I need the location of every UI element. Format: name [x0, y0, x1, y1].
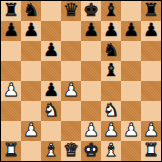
square-f2[interactable]: ♟ — [101, 121, 121, 141]
black-pawn-icon: ♟ — [43, 81, 59, 100]
square-b2[interactable]: ♟ — [21, 121, 41, 141]
square-e4[interactable] — [81, 81, 101, 101]
square-a8[interactable]: ♜ — [1, 1, 21, 21]
square-a5[interactable] — [1, 61, 21, 81]
square-a6[interactable] — [1, 41, 21, 61]
black-bishop-icon: ♝ — [103, 61, 119, 80]
square-d1[interactable]: ♛ — [61, 141, 81, 161]
white-rook-icon: ♜ — [3, 141, 19, 160]
square-e3[interactable] — [81, 101, 101, 121]
square-h8[interactable]: ♜ — [141, 1, 161, 21]
square-e8[interactable]: ♚ — [81, 1, 101, 21]
square-c5[interactable] — [41, 61, 61, 81]
white-pawn-icon: ♟ — [143, 121, 159, 140]
square-c8[interactable] — [41, 1, 61, 21]
square-g1[interactable] — [121, 141, 141, 161]
white-pawn-icon: ♟ — [23, 121, 39, 140]
square-c7[interactable] — [41, 21, 61, 41]
black-knight-icon: ♞ — [103, 41, 119, 60]
square-f7[interactable]: ♟ — [101, 21, 121, 41]
square-f3[interactable]: ♞ — [101, 101, 121, 121]
black-bishop-icon: ♝ — [103, 1, 119, 20]
square-a7[interactable]: ♟ — [1, 21, 21, 41]
black-pawn-icon: ♟ — [23, 21, 39, 40]
square-h4[interactable] — [141, 81, 161, 101]
black-king-icon: ♚ — [83, 1, 99, 20]
square-g4[interactable] — [121, 81, 141, 101]
chess-board: ♜♞♛♚♝♜♟♟♟♟♟♟♟♞♝♟♟♟♞♞♟♟♟♟♟♜♝♛♚♝♜ — [0, 0, 162, 162]
black-knight-icon: ♞ — [23, 1, 39, 20]
square-b1[interactable] — [21, 141, 41, 161]
square-h5[interactable] — [141, 61, 161, 81]
black-rook-icon: ♜ — [3, 1, 19, 20]
square-c3[interactable]: ♞ — [41, 101, 61, 121]
square-e7[interactable]: ♟ — [81, 21, 101, 41]
square-h7[interactable]: ♟ — [141, 21, 161, 41]
square-c6[interactable]: ♟ — [41, 41, 61, 61]
black-rook-icon: ♜ — [143, 1, 159, 20]
square-e5[interactable] — [81, 61, 101, 81]
white-knight-icon: ♞ — [103, 101, 119, 120]
square-d7[interactable] — [61, 21, 81, 41]
square-h6[interactable] — [141, 41, 161, 61]
square-g8[interactable] — [121, 1, 141, 21]
square-a3[interactable] — [1, 101, 21, 121]
white-king-icon: ♚ — [83, 141, 99, 160]
square-h1[interactable]: ♜ — [141, 141, 161, 161]
white-pawn-icon: ♟ — [63, 81, 79, 100]
black-pawn-icon: ♟ — [83, 21, 99, 40]
black-pawn-icon: ♟ — [143, 21, 159, 40]
square-g2[interactable]: ♟ — [121, 121, 141, 141]
white-bishop-icon: ♝ — [43, 141, 59, 160]
white-knight-icon: ♞ — [43, 101, 59, 120]
square-g7[interactable]: ♟ — [121, 21, 141, 41]
square-f8[interactable]: ♝ — [101, 1, 121, 21]
square-g3[interactable] — [121, 101, 141, 121]
square-h3[interactable] — [141, 101, 161, 121]
square-b4[interactable] — [21, 81, 41, 101]
white-queen-icon: ♛ — [63, 141, 79, 160]
square-c1[interactable]: ♝ — [41, 141, 61, 161]
square-e2[interactable]: ♟ — [81, 121, 101, 141]
square-a1[interactable]: ♜ — [1, 141, 21, 161]
square-a2[interactable] — [1, 121, 21, 141]
square-d8[interactable]: ♛ — [61, 1, 81, 21]
square-f6[interactable]: ♞ — [101, 41, 121, 61]
white-pawn-icon: ♟ — [3, 81, 19, 100]
square-f5[interactable]: ♝ — [101, 61, 121, 81]
square-b6[interactable] — [21, 41, 41, 61]
black-pawn-icon: ♟ — [3, 21, 19, 40]
white-pawn-icon: ♟ — [103, 121, 119, 140]
white-rook-icon: ♜ — [143, 141, 159, 160]
square-d2[interactable] — [61, 121, 81, 141]
square-c4[interactable]: ♟ — [41, 81, 61, 101]
square-d6[interactable] — [61, 41, 81, 61]
white-pawn-icon: ♟ — [83, 121, 99, 140]
square-b7[interactable]: ♟ — [21, 21, 41, 41]
square-f1[interactable]: ♝ — [101, 141, 121, 161]
square-b5[interactable] — [21, 61, 41, 81]
square-b8[interactable]: ♞ — [21, 1, 41, 21]
black-pawn-icon: ♟ — [43, 41, 59, 60]
square-e6[interactable] — [81, 41, 101, 61]
square-d4[interactable]: ♟ — [61, 81, 81, 101]
square-e1[interactable]: ♚ — [81, 141, 101, 161]
square-d5[interactable] — [61, 61, 81, 81]
square-g5[interactable] — [121, 61, 141, 81]
square-b3[interactable] — [21, 101, 41, 121]
square-d3[interactable] — [61, 101, 81, 121]
white-bishop-icon: ♝ — [103, 141, 119, 160]
square-c2[interactable] — [41, 121, 61, 141]
black-queen-icon: ♛ — [63, 1, 79, 20]
square-a4[interactable]: ♟ — [1, 81, 21, 101]
square-h2[interactable]: ♟ — [141, 121, 161, 141]
black-pawn-icon: ♟ — [103, 21, 119, 40]
square-g6[interactable] — [121, 41, 141, 61]
white-pawn-icon: ♟ — [123, 121, 139, 140]
black-pawn-icon: ♟ — [123, 21, 139, 40]
square-f4[interactable] — [101, 81, 121, 101]
